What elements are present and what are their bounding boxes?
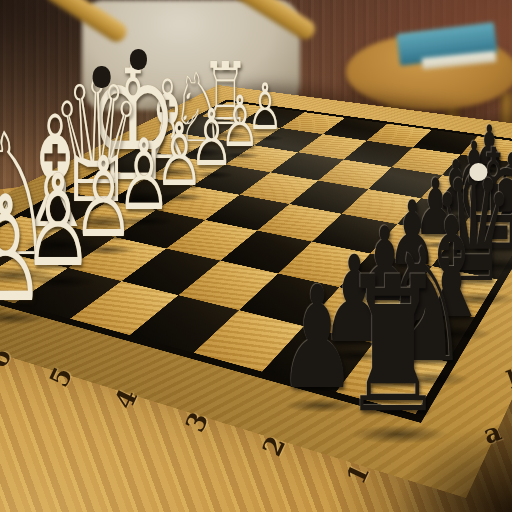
scene: 12345678abcdefgh ♖♘♗♕♔♗♘♖♙♙♙♙♙♙♙♙♟♟♟♟♟♟♟…: [0, 0, 512, 512]
